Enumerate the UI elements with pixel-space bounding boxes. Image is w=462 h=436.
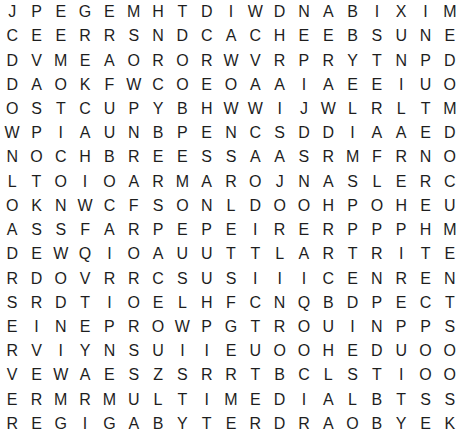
grid-cell-r1c7[interactable]: H [146,0,170,24]
grid-cell-r15c2[interactable]: V [24,339,48,363]
grid-cell-r9c5[interactable]: C [97,194,121,218]
grid-cell-r5c16[interactable]: R [365,97,389,121]
grid-cell-r8c8[interactable]: M [170,170,194,194]
grid-cell-r16c11[interactable]: T [243,363,267,387]
grid-cell-r5c9[interactable]: H [195,97,219,121]
grid-cell-r11c17[interactable]: I [389,242,413,266]
grid-cell-r13c13[interactable]: Q [292,291,316,315]
grid-cell-r2c13[interactable]: E [292,24,316,48]
grid-cell-r1c17[interactable]: X [389,0,413,24]
grid-cell-r12c13[interactable]: I [292,266,316,290]
grid-cell-r7c4[interactable]: H [73,145,97,169]
grid-cell-r10c4[interactable]: F [73,218,97,242]
grid-cell-r12c6[interactable]: R [122,266,146,290]
grid-cell-r11c4[interactable]: Q [73,242,97,266]
grid-cell-r12c3[interactable]: O [49,266,73,290]
grid-cell-r11c9[interactable]: U [195,242,219,266]
grid-cell-r14c18[interactable]: P [413,315,437,339]
grid-cell-r12c19[interactable]: N [438,266,462,290]
grid-cell-r13c14[interactable]: B [316,291,340,315]
grid-cell-r18c8[interactable]: Y [170,412,194,436]
grid-cell-r17c15[interactable]: L [340,388,364,412]
grid-cell-r4c6[interactable]: W [122,73,146,97]
grid-cell-r10c14[interactable]: R [316,218,340,242]
grid-cell-r7c15[interactable]: M [340,145,364,169]
grid-cell-r8c12[interactable]: J [267,170,291,194]
grid-cell-r9c2[interactable]: K [24,194,48,218]
grid-cell-r10c9[interactable]: P [195,218,219,242]
grid-cell-r5c10[interactable]: W [219,97,243,121]
grid-cell-r6c4[interactable]: A [73,121,97,145]
grid-cell-r10c8[interactable]: E [170,218,194,242]
grid-cell-r11c5[interactable]: I [97,242,121,266]
grid-cell-r16c16[interactable]: T [365,363,389,387]
grid-cell-r6c12[interactable]: S [267,121,291,145]
grid-cell-r15c11[interactable]: U [243,339,267,363]
grid-cell-r16c15[interactable]: S [340,363,364,387]
grid-cell-r15c9[interactable]: I [195,339,219,363]
grid-cell-r10c7[interactable]: P [146,218,170,242]
grid-cell-r13c9[interactable]: H [195,291,219,315]
grid-cell-r10c17[interactable]: P [389,218,413,242]
grid-cell-r3c16[interactable]: T [365,48,389,72]
grid-cell-r7c8[interactable]: E [170,145,194,169]
grid-cell-r6c13[interactable]: D [292,121,316,145]
grid-cell-r11c18[interactable]: T [413,242,437,266]
grid-cell-r17c8[interactable]: T [170,388,194,412]
grid-cell-r18c1[interactable]: R [0,412,24,436]
grid-cell-r6c2[interactable]: P [24,121,48,145]
grid-cell-r10c1[interactable]: A [0,218,24,242]
grid-cell-r4c19[interactable]: O [438,73,462,97]
grid-cell-r4c7[interactable]: C [146,73,170,97]
grid-cell-r3c8[interactable]: O [170,48,194,72]
grid-cell-r3c11[interactable]: V [243,48,267,72]
grid-cell-r18c5[interactable]: G [97,412,121,436]
grid-cell-r5c15[interactable]: L [340,97,364,121]
grid-cell-r13c12[interactable]: N [267,291,291,315]
grid-cell-r14c13[interactable]: O [292,315,316,339]
grid-cell-r12c10[interactable]: S [219,266,243,290]
grid-cell-r17c1[interactable]: E [0,388,24,412]
grid-cell-r8c1[interactable]: L [0,170,24,194]
grid-cell-r8c9[interactable]: A [195,170,219,194]
grid-cell-r5c3[interactable]: T [49,97,73,121]
grid-cell-r9c13[interactable]: O [292,194,316,218]
grid-cell-r1c2[interactable]: P [24,0,48,24]
grid-cell-r11c2[interactable]: E [24,242,48,266]
grid-cell-r6c15[interactable]: I [340,121,364,145]
grid-cell-r5c18[interactable]: T [413,97,437,121]
grid-cell-r3c14[interactable]: R [316,48,340,72]
grid-cell-r2c17[interactable]: U [389,24,413,48]
grid-cell-r1c10[interactable]: I [219,0,243,24]
grid-cell-r14c1[interactable]: E [0,315,24,339]
grid-cell-r2c19[interactable]: E [438,24,462,48]
grid-cell-r11c13[interactable]: A [292,242,316,266]
grid-cell-r15c10[interactable]: E [219,339,243,363]
grid-cell-r17c14[interactable]: A [316,388,340,412]
grid-cell-r14c16[interactable]: N [365,315,389,339]
grid-cell-r10c10[interactable]: E [219,218,243,242]
grid-cell-r13c19[interactable]: T [438,291,462,315]
grid-cell-r9c14[interactable]: H [316,194,340,218]
grid-cell-r3c12[interactable]: R [267,48,291,72]
grid-cell-r14c6[interactable]: R [122,315,146,339]
grid-cell-r2c18[interactable]: N [413,24,437,48]
grid-cell-r2c9[interactable]: C [195,24,219,48]
grid-cell-r14c2[interactable]: I [24,315,48,339]
grid-cell-r10c3[interactable]: S [49,218,73,242]
grid-cell-r6c18[interactable]: E [413,121,437,145]
grid-cell-r4c12[interactable]: A [267,73,291,97]
grid-cell-r18c15[interactable]: O [340,412,364,436]
grid-cell-r18c16[interactable]: B [365,412,389,436]
grid-cell-r12c5[interactable]: R [97,266,121,290]
grid-cell-r6c9[interactable]: E [195,121,219,145]
grid-cell-r9c11[interactable]: D [243,194,267,218]
grid-cell-r18c9[interactable]: T [195,412,219,436]
grid-cell-r12c16[interactable]: N [365,266,389,290]
grid-cell-r14c14[interactable]: U [316,315,340,339]
grid-cell-r4c13[interactable]: I [292,73,316,97]
grid-cell-r4c15[interactable]: E [340,73,364,97]
grid-cell-r16c19[interactable]: O [438,363,462,387]
grid-cell-r14c15[interactable]: I [340,315,364,339]
grid-cell-r3c3[interactable]: M [49,48,73,72]
grid-cell-r10c16[interactable]: P [365,218,389,242]
grid-cell-r18c3[interactable]: G [49,412,73,436]
grid-cell-r4c18[interactable]: U [413,73,437,97]
grid-cell-r11c8[interactable]: U [170,242,194,266]
grid-cell-r2c16[interactable]: S [365,24,389,48]
grid-cell-r9c19[interactable]: U [438,194,462,218]
grid-cell-r16c18[interactable]: O [413,363,437,387]
grid-cell-r6c5[interactable]: U [97,121,121,145]
grid-cell-r11c16[interactable]: R [365,242,389,266]
grid-cell-r1c15[interactable]: B [340,0,364,24]
grid-cell-r12c1[interactable]: R [0,266,24,290]
grid-cell-r5c14[interactable]: W [316,97,340,121]
grid-cell-r8c7[interactable]: R [146,170,170,194]
grid-cell-r11c12[interactable]: L [267,242,291,266]
grid-cell-r7c7[interactable]: E [146,145,170,169]
grid-cell-r5c17[interactable]: L [389,97,413,121]
grid-cell-r11c19[interactable]: E [438,242,462,266]
grid-cell-r14c10[interactable]: G [219,315,243,339]
grid-cell-r6c14[interactable]: D [316,121,340,145]
grid-cell-r3c18[interactable]: P [413,48,437,72]
grid-cell-r18c6[interactable]: A [122,412,146,436]
grid-cell-r15c13[interactable]: O [292,339,316,363]
grid-cell-r7c18[interactable]: N [413,145,437,169]
grid-cell-r1c13[interactable]: N [292,0,316,24]
grid-cell-r2c14[interactable]: E [316,24,340,48]
grid-cell-r5c8[interactable]: B [170,97,194,121]
grid-cell-r5c7[interactable]: Y [146,97,170,121]
grid-cell-r2c11[interactable]: C [243,24,267,48]
grid-cell-r15c3[interactable]: I [49,339,73,363]
grid-cell-r13c6[interactable]: O [122,291,146,315]
grid-cell-r4c17[interactable]: I [389,73,413,97]
grid-cell-r15c17[interactable]: U [389,339,413,363]
grid-cell-r16c9[interactable]: R [195,363,219,387]
grid-cell-r8c17[interactable]: E [389,170,413,194]
grid-cell-r3c5[interactable]: A [97,48,121,72]
grid-cell-r1c1[interactable]: J [0,0,24,24]
grid-cell-r18c13[interactable]: R [292,412,316,436]
grid-cell-r10c11[interactable]: I [243,218,267,242]
grid-cell-r2c15[interactable]: B [340,24,364,48]
grid-cell-r5c11[interactable]: W [243,97,267,121]
grid-cell-r8c10[interactable]: R [219,170,243,194]
grid-cell-r4c5[interactable]: F [97,73,121,97]
grid-cell-r2c4[interactable]: R [73,24,97,48]
grid-cell-r14c11[interactable]: T [243,315,267,339]
grid-cell-r5c1[interactable]: O [0,97,24,121]
grid-cell-r14c19[interactable]: S [438,315,462,339]
grid-cell-r5c13[interactable]: J [292,97,316,121]
grid-cell-r14c5[interactable]: P [97,315,121,339]
grid-cell-r1c11[interactable]: W [243,0,267,24]
grid-cell-r8c6[interactable]: A [122,170,146,194]
grid-cell-r9c7[interactable]: S [146,194,170,218]
grid-cell-r14c3[interactable]: N [49,315,73,339]
grid-cell-r12c7[interactable]: C [146,266,170,290]
grid-cell-r11c1[interactable]: D [0,242,24,266]
grid-cell-r16c8[interactable]: S [170,363,194,387]
grid-cell-r8c5[interactable]: O [97,170,121,194]
grid-cell-r17c2[interactable]: R [24,388,48,412]
grid-cell-r5c12[interactable]: I [267,97,291,121]
grid-cell-r11c6[interactable]: O [122,242,146,266]
grid-cell-r13c1[interactable]: S [0,291,24,315]
grid-cell-r16c14[interactable]: L [316,363,340,387]
grid-cell-r2c5[interactable]: R [97,24,121,48]
grid-cell-r13c15[interactable]: D [340,291,364,315]
grid-cell-r18c19[interactable]: K [438,412,462,436]
grid-cell-r8c11[interactable]: O [243,170,267,194]
grid-cell-r17c4[interactable]: R [73,388,97,412]
grid-cell-r4c2[interactable]: A [24,73,48,97]
grid-cell-r7c16[interactable]: F [365,145,389,169]
grid-cell-r2c10[interactable]: A [219,24,243,48]
grid-cell-r2c2[interactable]: E [24,24,48,48]
grid-cell-r17c12[interactable]: D [267,388,291,412]
grid-cell-r15c14[interactable]: H [316,339,340,363]
grid-cell-r16c17[interactable]: I [389,363,413,387]
grid-cell-r3c15[interactable]: Y [340,48,364,72]
grid-cell-r18c12[interactable]: D [267,412,291,436]
grid-cell-r4c1[interactable]: D [0,73,24,97]
grid-cell-r11c11[interactable]: T [243,242,267,266]
grid-cell-r15c18[interactable]: O [413,339,437,363]
grid-cell-r7c17[interactable]: R [389,145,413,169]
grid-cell-r12c8[interactable]: S [170,266,194,290]
grid-cell-r7c13[interactable]: S [292,145,316,169]
grid-cell-r1c5[interactable]: E [97,0,121,24]
grid-cell-r9c16[interactable]: O [365,194,389,218]
grid-cell-r12c17[interactable]: R [389,266,413,290]
grid-cell-r2c3[interactable]: E [49,24,73,48]
grid-cell-r15c7[interactable]: U [146,339,170,363]
grid-cell-r6c6[interactable]: N [122,121,146,145]
grid-cell-r9c8[interactable]: O [170,194,194,218]
grid-cell-r17c18[interactable]: S [413,388,437,412]
grid-cell-r10c2[interactable]: S [24,218,48,242]
grid-cell-r3c19[interactable]: D [438,48,462,72]
grid-cell-r16c5[interactable]: E [97,363,121,387]
grid-cell-r1c3[interactable]: E [49,0,73,24]
grid-cell-r15c12[interactable]: O [267,339,291,363]
grid-cell-r4c10[interactable]: O [219,73,243,97]
grid-cell-r6c16[interactable]: A [365,121,389,145]
grid-cell-r17c6[interactable]: U [122,388,146,412]
grid-cell-r3c6[interactable]: O [122,48,146,72]
grid-cell-r9c10[interactable]: L [219,194,243,218]
grid-cell-r17c3[interactable]: M [49,388,73,412]
grid-cell-r13c17[interactable]: E [389,291,413,315]
grid-cell-r15c1[interactable]: R [0,339,24,363]
grid-cell-r4c9[interactable]: E [195,73,219,97]
grid-cell-r5c19[interactable]: M [438,97,462,121]
grid-cell-r11c3[interactable]: W [49,242,73,266]
grid-cell-r9c18[interactable]: E [413,194,437,218]
grid-cell-r13c11[interactable]: C [243,291,267,315]
grid-cell-r1c8[interactable]: T [170,0,194,24]
grid-cell-r5c2[interactable]: S [24,97,48,121]
grid-cell-r7c19[interactable]: O [438,145,462,169]
grid-cell-r1c12[interactable]: D [267,0,291,24]
grid-cell-r7c14[interactable]: R [316,145,340,169]
grid-cell-r12c9[interactable]: U [195,266,219,290]
grid-cell-r16c12[interactable]: B [267,363,291,387]
grid-cell-r17c11[interactable]: E [243,388,267,412]
grid-cell-r9c17[interactable]: H [389,194,413,218]
grid-cell-r16c1[interactable]: V [0,363,24,387]
grid-cell-r10c6[interactable]: R [122,218,146,242]
grid-cell-r7c2[interactable]: O [24,145,48,169]
grid-cell-r7c11[interactable]: A [243,145,267,169]
grid-cell-r9c9[interactable]: N [195,194,219,218]
grid-cell-r17c19[interactable]: S [438,388,462,412]
grid-cell-r15c4[interactable]: Y [73,339,97,363]
grid-cell-r15c8[interactable]: I [170,339,194,363]
grid-cell-r3c2[interactable]: V [24,48,48,72]
grid-cell-r17c9[interactable]: I [195,388,219,412]
grid-cell-r15c19[interactable]: O [438,339,462,363]
grid-cell-r10c19[interactable]: M [438,218,462,242]
grid-cell-r7c9[interactable]: S [195,145,219,169]
grid-cell-r6c10[interactable]: N [219,121,243,145]
grid-cell-r4c16[interactable]: E [365,73,389,97]
grid-cell-r10c15[interactable]: P [340,218,364,242]
grid-cell-r13c8[interactable]: L [170,291,194,315]
grid-cell-r4c11[interactable]: A [243,73,267,97]
grid-cell-r8c19[interactable]: C [438,170,462,194]
grid-cell-r18c14[interactable]: A [316,412,340,436]
grid-cell-r12c14[interactable]: C [316,266,340,290]
grid-cell-r8c18[interactable]: R [413,170,437,194]
grid-cell-r1c19[interactable]: M [438,0,462,24]
grid-cell-r3c10[interactable]: W [219,48,243,72]
grid-cell-r16c10[interactable]: R [219,363,243,387]
grid-cell-r16c2[interactable]: E [24,363,48,387]
grid-cell-r11c15[interactable]: T [340,242,364,266]
grid-cell-r6c19[interactable]: D [438,121,462,145]
grid-cell-r16c7[interactable]: Z [146,363,170,387]
grid-cell-r12c4[interactable]: V [73,266,97,290]
grid-cell-r7c10[interactable]: S [219,145,243,169]
grid-cell-r6c1[interactable]: W [0,121,24,145]
grid-cell-r2c12[interactable]: H [267,24,291,48]
grid-cell-r2c6[interactable]: S [122,24,146,48]
grid-cell-r6c11[interactable]: C [243,121,267,145]
grid-cell-r13c3[interactable]: D [49,291,73,315]
grid-cell-r10c12[interactable]: R [267,218,291,242]
grid-cell-r3c17[interactable]: N [389,48,413,72]
grid-cell-r13c7[interactable]: E [146,291,170,315]
grid-cell-r9c4[interactable]: W [73,194,97,218]
grid-cell-r17c17[interactable]: T [389,388,413,412]
grid-cell-r6c3[interactable]: I [49,121,73,145]
grid-cell-r2c8[interactable]: D [170,24,194,48]
grid-cell-r4c3[interactable]: O [49,73,73,97]
grid-cell-r18c7[interactable]: B [146,412,170,436]
grid-cell-r3c13[interactable]: P [292,48,316,72]
grid-cell-r12c12[interactable]: I [267,266,291,290]
grid-cell-r12c18[interactable]: E [413,266,437,290]
grid-cell-r13c16[interactable]: P [365,291,389,315]
grid-cell-r16c13[interactable]: C [292,363,316,387]
grid-cell-r8c13[interactable]: N [292,170,316,194]
grid-cell-r14c8[interactable]: W [170,315,194,339]
grid-cell-r5c4[interactable]: C [73,97,97,121]
grid-cell-r6c8[interactable]: P [170,121,194,145]
grid-cell-r1c6[interactable]: M [122,0,146,24]
grid-cell-r1c18[interactable]: I [413,0,437,24]
grid-cell-r7c1[interactable]: N [0,145,24,169]
grid-cell-r9c1[interactable]: O [0,194,24,218]
grid-cell-r6c7[interactable]: B [146,121,170,145]
grid-cell-r18c2[interactable]: E [24,412,48,436]
grid-cell-r16c4[interactable]: A [73,363,97,387]
grid-cell-r3c1[interactable]: D [0,48,24,72]
grid-cell-r14c12[interactable]: R [267,315,291,339]
grid-cell-r14c4[interactable]: E [73,315,97,339]
grid-cell-r10c18[interactable]: H [413,218,437,242]
grid-cell-r1c16[interactable]: I [365,0,389,24]
grid-cell-r5c5[interactable]: U [97,97,121,121]
grid-cell-r11c7[interactable]: A [146,242,170,266]
grid-cell-r9c12[interactable]: O [267,194,291,218]
grid-cell-r7c12[interactable]: A [267,145,291,169]
grid-cell-r11c14[interactable]: R [316,242,340,266]
grid-cell-r13c4[interactable]: T [73,291,97,315]
grid-cell-r8c15[interactable]: S [340,170,364,194]
grid-cell-r12c11[interactable]: I [243,266,267,290]
grid-cell-r1c9[interactable]: D [195,0,219,24]
grid-cell-r3c9[interactable]: R [195,48,219,72]
grid-cell-r16c6[interactable]: S [122,363,146,387]
grid-cell-r7c6[interactable]: R [122,145,146,169]
grid-cell-r4c4[interactable]: K [73,73,97,97]
grid-cell-r1c14[interactable]: A [316,0,340,24]
grid-cell-r14c7[interactable]: O [146,315,170,339]
grid-cell-r8c14[interactable]: A [316,170,340,194]
grid-cell-r18c17[interactable]: Y [389,412,413,436]
grid-cell-r13c18[interactable]: C [413,291,437,315]
